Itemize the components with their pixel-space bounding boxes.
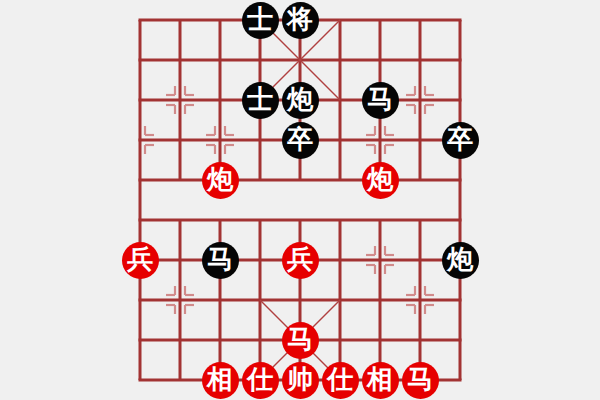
pieces-layer: 士将士炮马卒卒炮炮兵马兵炮马相仕帅仕相马 (120, 0, 480, 400)
piece-black-advisor-2[interactable]: 士 (242, 82, 279, 119)
piece-black-soldier-2[interactable]: 卒 (442, 122, 479, 159)
piece-black-horse-2[interactable]: 马 (202, 242, 239, 279)
piece-red-elephant-2[interactable]: 相 (362, 362, 399, 399)
piece-red-cannon-1[interactable]: 炮 (202, 162, 239, 199)
piece-black-general[interactable]: 将 (282, 2, 319, 39)
piece-black-horse-1[interactable]: 马 (362, 82, 399, 119)
piece-black-soldier-1[interactable]: 卒 (282, 122, 319, 159)
piece-black-cannon-1[interactable]: 炮 (282, 82, 319, 119)
piece-red-general[interactable]: 帅 (282, 362, 319, 399)
piece-red-elephant-1[interactable]: 相 (202, 362, 239, 399)
piece-red-soldier-2[interactable]: 兵 (282, 242, 319, 279)
piece-red-advisor-2[interactable]: 仕 (322, 362, 359, 399)
piece-red-cannon-2[interactable]: 炮 (362, 162, 399, 199)
piece-red-horse-1[interactable]: 马 (282, 322, 319, 359)
piece-black-advisor-1[interactable]: 士 (242, 2, 279, 39)
piece-red-horse-2[interactable]: 马 (402, 362, 439, 399)
piece-red-soldier-1[interactable]: 兵 (122, 242, 159, 279)
xiangqi-board-screenshot: 士将士炮马卒卒炮炮兵马兵炮马相仕帅仕相马 (0, 0, 600, 400)
piece-red-advisor-1[interactable]: 仕 (242, 362, 279, 399)
piece-black-cannon-2[interactable]: 炮 (442, 242, 479, 279)
